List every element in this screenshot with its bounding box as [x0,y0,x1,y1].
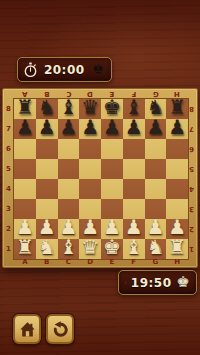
square-b5[interactable] [36,159,58,179]
restart-button[interactable] [46,314,74,344]
square-h5[interactable] [166,159,188,179]
file-label-d: D [79,89,101,99]
file-label-f: F [123,257,145,267]
rank-label-8: 8 [3,99,14,119]
black-bishop[interactable]: ♝ [59,97,77,117]
square-e1[interactable]: ♚ [101,239,123,259]
black-rook[interactable]: ♜ [168,97,186,117]
square-e6[interactable] [101,139,123,159]
square-c4[interactable] [58,179,80,199]
white-bishop[interactable]: ♝ [59,237,77,257]
white-bishop[interactable]: ♝ [125,237,143,257]
square-f6[interactable] [123,139,145,159]
square-e5[interactable] [101,159,123,179]
square-a4[interactable] [14,179,36,199]
file-label-e: E [101,257,123,267]
app-background: 20:00 ♚ ABCDEFGH ABCDEFGH 87654321 87654… [0,0,200,355]
rank-label-4: 4 [186,179,197,199]
square-f5[interactable] [123,159,145,179]
black-bishop[interactable]: ♝ [125,97,143,117]
square-b6[interactable] [36,139,58,159]
black-pawn[interactable]: ♟ [16,117,34,137]
black-pawn[interactable]: ♟ [168,117,186,137]
stopwatch-icon [24,62,37,78]
file-label-b: B [36,89,58,99]
white-pawn[interactable]: ♟ [146,217,164,237]
square-d4[interactable] [79,179,101,199]
file-label-f: F [123,89,145,99]
file-label-c: C [58,257,80,267]
file-label-a: A [14,257,36,267]
square-g1[interactable]: ♞ [145,239,167,259]
home-button[interactable] [13,314,41,344]
square-b4[interactable] [36,179,58,199]
black-piece-icon: ♚ [92,62,105,77]
black-pawn[interactable]: ♟ [59,117,77,137]
file-labels-top: ABCDEFGH [14,89,188,99]
square-a1[interactable]: ♜ [14,239,36,259]
white-pawn[interactable]: ♟ [81,217,99,237]
white-pawn[interactable]: ♟ [168,217,186,237]
opponent-time: 20:00 [42,63,87,77]
chess-board: ABCDEFGH ABCDEFGH 87654321 87654321 ♜♞♝♛… [2,88,198,268]
restart-icon [52,320,69,338]
home-icon [19,321,36,338]
square-f4[interactable] [123,179,145,199]
square-g6[interactable] [145,139,167,159]
white-piece-icon: ♚ [177,275,190,290]
rank-label-7: 7 [186,119,197,139]
black-rook[interactable]: ♜ [16,97,34,117]
square-c5[interactable] [58,159,80,179]
black-king[interactable]: ♚ [103,97,121,117]
square-d1[interactable]: ♛ [79,239,101,259]
square-h6[interactable] [166,139,188,159]
square-g4[interactable] [145,179,167,199]
rank-label-1: 1 [3,239,14,259]
file-label-d: D [79,257,101,267]
square-f1[interactable]: ♝ [123,239,145,259]
black-pawn[interactable]: ♟ [81,117,99,137]
black-pawn[interactable]: ♟ [38,117,56,137]
white-pawn[interactable]: ♟ [59,217,77,237]
file-labels-bottom: ABCDEFGH [14,257,188,267]
white-pawn[interactable]: ♟ [103,217,121,237]
file-label-e: E [101,89,123,99]
file-label-h: H [166,89,188,99]
rank-label-8: 8 [186,99,197,119]
black-pawn[interactable]: ♟ [103,117,121,137]
rank-label-5: 5 [3,159,14,179]
rank-label-1: 1 [186,239,197,259]
rank-label-4: 4 [3,179,14,199]
square-h4[interactable] [166,179,188,199]
square-d7[interactable]: ♟ [79,119,101,139]
rank-label-2: 2 [186,219,197,239]
file-label-h: H [166,257,188,267]
white-pawn[interactable]: ♟ [125,217,143,237]
square-h1[interactable]: ♜ [166,239,188,259]
square-a5[interactable] [14,159,36,179]
opponent-timer-panel: 20:00 ♚ [17,57,112,82]
white-king[interactable]: ♚ [103,237,121,257]
black-pawn[interactable]: ♟ [125,117,143,137]
square-d6[interactable] [79,139,101,159]
rank-label-6: 6 [3,139,14,159]
square-b7[interactable]: ♟ [36,119,58,139]
white-pawn[interactable]: ♟ [38,217,56,237]
file-label-g: G [145,89,167,99]
square-e7[interactable]: ♟ [101,119,123,139]
player-time: 19:50 [131,276,172,290]
black-knight[interactable]: ♞ [38,97,56,117]
white-pawn[interactable]: ♟ [16,217,34,237]
square-d5[interactable] [79,159,101,179]
square-b1[interactable]: ♞ [36,239,58,259]
white-knight[interactable]: ♞ [38,237,56,257]
white-queen[interactable]: ♛ [81,237,99,257]
stopwatch-icon [125,275,126,291]
rank-labels-left: 87654321 [3,99,14,259]
black-queen[interactable]: ♛ [81,97,99,117]
square-c6[interactable] [58,139,80,159]
black-knight[interactable]: ♞ [146,97,164,117]
file-label-g: G [145,257,167,267]
rank-label-2: 2 [3,219,14,239]
rank-label-6: 6 [186,139,197,159]
square-c1[interactable]: ♝ [58,239,80,259]
black-pawn[interactable]: ♟ [146,117,164,137]
rank-label-7: 7 [3,119,14,139]
square-e4[interactable] [101,179,123,199]
square-a6[interactable] [14,139,36,159]
white-knight[interactable]: ♞ [146,237,164,257]
board-squares: ♜♞♝♛♚♝♞♜♟♟♟♟♟♟♟♟♟♟♟♟♟♟♟♟♜♞♝♛♚♝♞♜ [14,99,188,259]
player-timer-panel: 19:50 ♚ [118,270,197,295]
file-label-b: B [36,257,58,267]
white-rook[interactable]: ♜ [16,237,34,257]
square-c7[interactable]: ♟ [58,119,80,139]
file-label-c: C [58,89,80,99]
square-g5[interactable] [145,159,167,179]
square-h7[interactable]: ♟ [166,119,188,139]
rank-label-3: 3 [186,199,197,219]
square-f7[interactable]: ♟ [123,119,145,139]
square-a7[interactable]: ♟ [14,119,36,139]
rank-label-5: 5 [186,159,197,179]
rank-label-3: 3 [3,199,14,219]
square-g7[interactable]: ♟ [145,119,167,139]
file-label-a: A [14,89,36,99]
rank-labels-right: 87654321 [186,99,197,259]
white-rook[interactable]: ♜ [168,237,186,257]
